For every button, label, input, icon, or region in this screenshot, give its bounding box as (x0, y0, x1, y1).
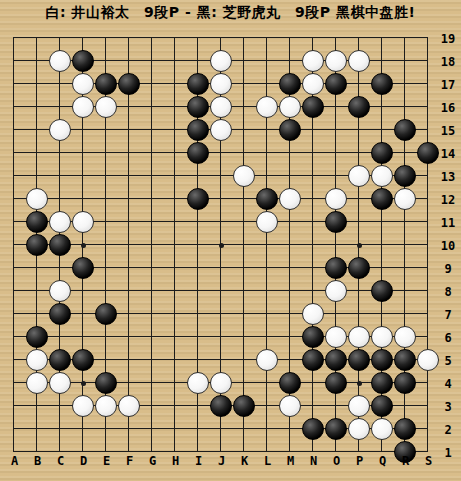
black-stone-Q14 (371, 142, 393, 164)
row-label-10: 10 (436, 234, 460, 257)
column-label-A: A (3, 454, 26, 468)
white-stone-C4 (49, 372, 71, 394)
row-label-18: 18 (436, 50, 460, 73)
black-stone-E17 (95, 73, 117, 95)
row-label-17: 17 (436, 73, 460, 96)
row-label-15: 15 (436, 119, 460, 142)
row-label-14: 14 (436, 142, 460, 165)
black-stone-O11 (325, 211, 347, 233)
white-stone-C8 (49, 280, 71, 302)
black-stone-O9 (325, 257, 347, 279)
white-stone-P3 (348, 395, 370, 417)
star-point (357, 243, 362, 248)
white-stone-L16 (256, 96, 278, 118)
black-stone-Q8 (371, 280, 393, 302)
black-stone-R15 (394, 119, 416, 141)
white-stone-B4 (26, 372, 48, 394)
column-label-K: K (233, 454, 256, 468)
black-stone-M17 (279, 73, 301, 95)
white-stone-B5 (26, 349, 48, 371)
white-stone-F3 (118, 395, 140, 417)
black-stone-Q12 (371, 188, 393, 210)
column-label-N: N (302, 454, 325, 468)
black-stone-B11 (26, 211, 48, 233)
white-stone-L11 (256, 211, 278, 233)
black-stone-N5 (302, 349, 324, 371)
white-stone-M3 (279, 395, 301, 417)
column-label-H: H (164, 454, 187, 468)
column-label-G: G (141, 454, 164, 468)
black-stone-I16 (187, 96, 209, 118)
white-stone-J4 (210, 372, 232, 394)
black-stone-Q17 (371, 73, 393, 95)
row-label-2: 2 (436, 418, 460, 441)
white-stone-E3 (95, 395, 117, 417)
black-stone-O17 (325, 73, 347, 95)
black-stone-R13 (394, 165, 416, 187)
white-stone-J15 (210, 119, 232, 141)
black-stone-Q5 (371, 349, 393, 371)
white-stone-C11 (49, 211, 71, 233)
row-label-9: 9 (436, 257, 460, 280)
go-game-viewer: 白: 井山裕太 9段P - 黑: 芝野虎丸 9段P 黑棋中盘胜! ABCDEFG… (0, 0, 461, 481)
star-point (81, 243, 86, 248)
black-stone-Q4 (371, 372, 393, 394)
black-stone-B10 (26, 234, 48, 256)
black-stone-F17 (118, 73, 140, 95)
black-stone-O2 (325, 418, 347, 440)
white-stone-J18 (210, 50, 232, 72)
row-label-1: 1 (436, 441, 460, 464)
column-label-Q: Q (371, 454, 394, 468)
white-stone-P6 (348, 326, 370, 348)
black-stone-L12 (256, 188, 278, 210)
column-label-B: B (26, 454, 49, 468)
black-stone-R5 (394, 349, 416, 371)
white-stone-D17 (72, 73, 94, 95)
column-label-I: I (187, 454, 210, 468)
black-stone-P5 (348, 349, 370, 371)
white-stone-K13 (233, 165, 255, 187)
column-label-M: M (279, 454, 302, 468)
row-label-13: 13 (436, 165, 460, 188)
white-stone-O18 (325, 50, 347, 72)
column-label-O: O (325, 454, 348, 468)
white-stone-M12 (279, 188, 301, 210)
white-stone-R12 (394, 188, 416, 210)
white-stone-O12 (325, 188, 347, 210)
black-stone-C7 (49, 303, 71, 325)
white-stone-P13 (348, 165, 370, 187)
white-stone-N18 (302, 50, 324, 72)
white-stone-P18 (348, 50, 370, 72)
black-stone-E7 (95, 303, 117, 325)
black-stone-D9 (72, 257, 94, 279)
black-stone-R4 (394, 372, 416, 394)
white-stone-I4 (187, 372, 209, 394)
row-label-11: 11 (436, 211, 460, 234)
row-label-7: 7 (436, 303, 460, 326)
black-stone-N6 (302, 326, 324, 348)
white-stone-J17 (210, 73, 232, 95)
row-label-12: 12 (436, 188, 460, 211)
white-stone-O6 (325, 326, 347, 348)
black-stone-C10 (49, 234, 71, 256)
black-stone-B6 (26, 326, 48, 348)
black-stone-O4 (325, 372, 347, 394)
black-stone-E4 (95, 372, 117, 394)
white-stone-L5 (256, 349, 278, 371)
black-stone-I17 (187, 73, 209, 95)
white-stone-Q13 (371, 165, 393, 187)
star-point (219, 243, 224, 248)
black-stone-M4 (279, 372, 301, 394)
white-stone-P2 (348, 418, 370, 440)
black-stone-D5 (72, 349, 94, 371)
star-point (357, 381, 362, 386)
column-label-J: J (210, 454, 233, 468)
column-label-R: R (394, 454, 417, 468)
black-stone-N16 (302, 96, 324, 118)
column-label-D: D (72, 454, 95, 468)
white-stone-M16 (279, 96, 301, 118)
game-info-header: 白: 井山裕太 9段P - 黑: 芝野虎丸 9段P 黑棋中盘胜! (0, 0, 461, 26)
star-point (81, 381, 86, 386)
white-stone-N17 (302, 73, 324, 95)
white-stone-D16 (72, 96, 94, 118)
black-stone-P9 (348, 257, 370, 279)
column-label-E: E (95, 454, 118, 468)
white-stone-C18 (49, 50, 71, 72)
black-stone-Q3 (371, 395, 393, 417)
column-label-C: C (49, 454, 72, 468)
black-stone-C5 (49, 349, 71, 371)
black-stone-M15 (279, 119, 301, 141)
row-label-16: 16 (436, 96, 460, 119)
white-stone-R6 (394, 326, 416, 348)
white-stone-J16 (210, 96, 232, 118)
row-label-8: 8 (436, 280, 460, 303)
black-stone-K3 (233, 395, 255, 417)
white-stone-Q6 (371, 326, 393, 348)
column-label-L: L (256, 454, 279, 468)
black-stone-I15 (187, 119, 209, 141)
black-stone-I14 (187, 142, 209, 164)
black-stone-J3 (210, 395, 232, 417)
white-stone-E16 (95, 96, 117, 118)
white-stone-N7 (302, 303, 324, 325)
column-label-P: P (348, 454, 371, 468)
row-label-4: 4 (436, 372, 460, 395)
white-stone-O8 (325, 280, 347, 302)
row-label-19: 19 (436, 27, 460, 50)
black-stone-P16 (348, 96, 370, 118)
black-stone-N2 (302, 418, 324, 440)
column-label-F: F (118, 454, 141, 468)
white-stone-D3 (72, 395, 94, 417)
row-label-6: 6 (436, 326, 460, 349)
black-stone-O5 (325, 349, 347, 371)
black-stone-D18 (72, 50, 94, 72)
row-label-3: 3 (436, 395, 460, 418)
white-stone-D11 (72, 211, 94, 233)
white-stone-B12 (26, 188, 48, 210)
white-stone-C15 (49, 119, 71, 141)
row-label-5: 5 (436, 349, 460, 372)
black-stone-R2 (394, 418, 416, 440)
white-stone-Q2 (371, 418, 393, 440)
black-stone-I12 (187, 188, 209, 210)
